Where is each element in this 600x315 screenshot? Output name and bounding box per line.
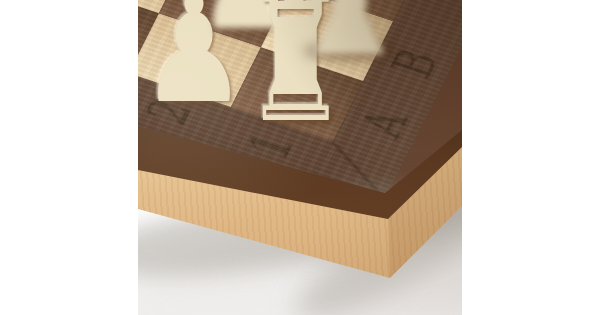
product-photo-page: AB12 ♟♟♜♝ (0, 0, 600, 315)
bishop-glyph: ♝ (285, 0, 416, 86)
photo-frame: AB12 ♟♟♜♝ (138, 0, 462, 315)
file-label-A: A (350, 103, 419, 144)
